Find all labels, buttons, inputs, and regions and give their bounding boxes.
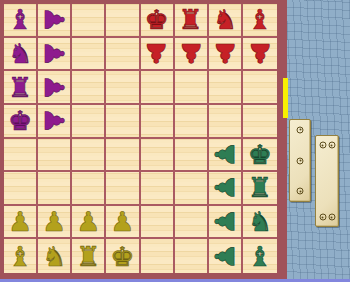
board-cell[interactable]: ♝ <box>4 239 38 273</box>
board-cell[interactable]: ♜ <box>243 172 277 206</box>
board-frame: ♝♟♚♜♞♝♞♟♟♟♟♟♜♟♚♟♟♚♟♜♟♟♟♟♟♞♝♞♜♚♟♝ <box>0 0 287 279</box>
board-cell[interactable]: ♜ <box>175 4 209 38</box>
die-pip <box>297 188 304 195</box>
die-pip <box>297 126 304 133</box>
board-cell[interactable] <box>175 239 209 273</box>
red-pawn[interactable]: ♟ <box>211 40 238 66</box>
game-window: ♝♟♚♜♞♝♞♟♟♟♟♟♜♟♚♟♟♚♟♜♟♟♟♟♟♞♝♞♜♚♟♝ <box>0 0 350 282</box>
board-cell[interactable]: ♞ <box>4 38 38 72</box>
long-die-1[interactable] <box>289 119 311 202</box>
long-die-2[interactable] <box>315 135 339 227</box>
yellow-pawn[interactable]: ♟ <box>110 208 134 235</box>
yellow-rook[interactable]: ♜ <box>76 243 100 270</box>
red-rook[interactable]: ♜ <box>179 6 203 33</box>
green-king[interactable]: ♚ <box>248 141 272 168</box>
yellow-king[interactable]: ♚ <box>110 243 134 270</box>
board-cell[interactable] <box>106 172 140 206</box>
red-bishop[interactable]: ♝ <box>248 6 272 33</box>
board-cell[interactable]: ♜ <box>72 239 106 273</box>
board-cell[interactable] <box>141 172 175 206</box>
red-pawn[interactable]: ♟ <box>143 40 170 66</box>
board-cell[interactable]: ♞ <box>243 206 277 240</box>
board-cell[interactable] <box>72 172 106 206</box>
board-cell[interactable] <box>72 38 106 72</box>
purple-king[interactable]: ♚ <box>8 107 32 134</box>
board-cell[interactable] <box>106 4 140 38</box>
board-cell[interactable]: ♟ <box>4 206 38 240</box>
board-cell[interactable]: ♟ <box>106 206 140 240</box>
board-cell[interactable]: ♟ <box>209 172 243 206</box>
yellow-pawn[interactable]: ♟ <box>8 208 32 235</box>
board-cell[interactable] <box>209 71 243 105</box>
green-rook[interactable]: ♜ <box>248 174 272 201</box>
die-pip <box>328 214 335 221</box>
board-cell[interactable] <box>106 38 140 72</box>
board-cell[interactable] <box>72 71 106 105</box>
board-cell[interactable]: ♟ <box>175 38 209 72</box>
board-cell[interactable]: ♟ <box>38 206 72 240</box>
board-cell[interactable]: ♟ <box>72 206 106 240</box>
yellow-pawn[interactable]: ♟ <box>42 208 66 235</box>
board-cell[interactable] <box>243 71 277 105</box>
board-cell[interactable]: ♚ <box>4 105 38 139</box>
board-cell[interactable] <box>141 239 175 273</box>
purple-bishop[interactable]: ♝ <box>8 6 32 33</box>
turn-indicator-bar <box>283 78 288 118</box>
board-cell[interactable] <box>106 139 140 173</box>
purple-knight[interactable]: ♞ <box>8 40 32 67</box>
red-knight[interactable]: ♞ <box>213 6 237 33</box>
board-cell[interactable]: ♟ <box>38 4 72 38</box>
green-pawn[interactable]: ♟ <box>212 141 238 168</box>
yellow-bishop[interactable]: ♝ <box>8 243 32 270</box>
board-cell[interactable] <box>175 172 209 206</box>
yellow-knight[interactable]: ♞ <box>42 243 66 270</box>
yellow-pawn[interactable]: ♟ <box>76 208 100 235</box>
board-cell[interactable] <box>175 105 209 139</box>
board-cell[interactable]: ♟ <box>243 38 277 72</box>
board-cell[interactable] <box>243 105 277 139</box>
board-cell[interactable]: ♚ <box>243 139 277 173</box>
green-knight[interactable]: ♞ <box>248 208 272 235</box>
purple-rook[interactable]: ♜ <box>8 74 32 101</box>
board-cell[interactable] <box>141 105 175 139</box>
green-pawn[interactable]: ♟ <box>212 174 238 201</box>
board-cell[interactable]: ♞ <box>209 4 243 38</box>
die-pip <box>319 142 326 149</box>
board-cell[interactable] <box>4 172 38 206</box>
board-cell[interactable] <box>175 139 209 173</box>
board-cell[interactable]: ♚ <box>141 4 175 38</box>
board-cell[interactable] <box>209 105 243 139</box>
board-cell[interactable] <box>141 206 175 240</box>
board-cell[interactable]: ♟ <box>38 105 72 139</box>
die-pip <box>297 157 304 164</box>
board-cell[interactable]: ♝ <box>243 4 277 38</box>
purple-pawn[interactable]: ♟ <box>41 74 67 101</box>
board-cell[interactable] <box>38 172 72 206</box>
red-pawn[interactable]: ♟ <box>246 40 273 66</box>
board-cell[interactable]: ♜ <box>4 71 38 105</box>
chaturaji-board: ♝♟♚♜♞♝♞♟♟♟♟♟♜♟♚♟♟♚♟♜♟♟♟♟♟♞♝♞♜♚♟♝ <box>4 4 277 273</box>
board-cell[interactable]: ♟ <box>209 38 243 72</box>
board-cell[interactable]: ♝ <box>4 4 38 38</box>
red-king[interactable]: ♚ <box>144 6 168 33</box>
purple-pawn[interactable]: ♟ <box>41 40 67 67</box>
board-cell[interactable] <box>106 71 140 105</box>
board-cell[interactable] <box>141 71 175 105</box>
board-cell[interactable] <box>141 139 175 173</box>
board-cell[interactable]: ♟ <box>141 38 175 72</box>
board-cell[interactable] <box>72 139 106 173</box>
green-pawn[interactable]: ♟ <box>212 243 238 270</box>
red-pawn[interactable]: ♟ <box>177 40 204 66</box>
board-cell[interactable] <box>38 139 72 173</box>
board-cell[interactable] <box>72 4 106 38</box>
board-cell[interactable] <box>4 139 38 173</box>
board-cell[interactable] <box>175 206 209 240</box>
die-pip <box>319 214 326 221</box>
green-bishop[interactable]: ♝ <box>248 243 272 270</box>
board-cell[interactable]: ♞ <box>38 239 72 273</box>
purple-pawn[interactable]: ♟ <box>41 6 67 33</box>
board-cell[interactable] <box>106 105 140 139</box>
board-cell[interactable]: ♟ <box>209 139 243 173</box>
board-cell[interactable]: ♟ <box>209 206 243 240</box>
board-cell[interactable]: ♟ <box>38 71 72 105</box>
board-cell[interactable] <box>175 71 209 105</box>
board-cell[interactable] <box>72 105 106 139</box>
purple-pawn[interactable]: ♟ <box>41 107 67 134</box>
die-pip <box>328 142 335 149</box>
board-cell[interactable]: ♝ <box>243 239 277 273</box>
green-pawn[interactable]: ♟ <box>212 208 238 235</box>
board-cell[interactable]: ♟ <box>38 38 72 72</box>
board-cell[interactable]: ♚ <box>106 239 140 273</box>
board-cell[interactable]: ♟ <box>209 239 243 273</box>
